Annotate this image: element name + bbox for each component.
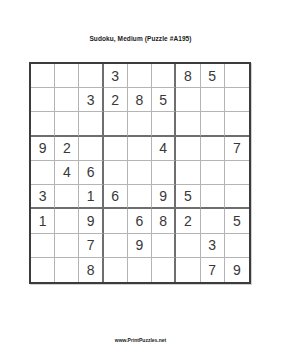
cell-r8c9[interactable] — [225, 234, 249, 258]
cell-r3c1[interactable] — [31, 112, 55, 136]
given-digit: 7 — [208, 263, 216, 277]
given-digit: 2 — [111, 93, 119, 107]
cell-r2c2[interactable] — [55, 88, 79, 112]
cell-r5c9[interactable] — [225, 161, 249, 185]
cell-r8c3[interactable]: 7 — [79, 234, 103, 258]
cell-r2c8[interactable] — [201, 88, 225, 112]
cell-r4c5[interactable] — [128, 137, 152, 161]
cell-r7c8[interactable] — [201, 209, 225, 233]
cell-r6c5[interactable] — [128, 185, 152, 209]
cell-r8c5[interactable]: 9 — [128, 234, 152, 258]
given-digit: 9 — [39, 141, 47, 155]
cell-r5c1[interactable] — [31, 161, 55, 185]
cell-r9c9[interactable]: 9 — [225, 258, 249, 282]
cell-r2c7[interactable] — [176, 88, 200, 112]
cell-r3c8[interactable] — [201, 112, 225, 136]
cell-r1c5[interactable] — [128, 64, 152, 88]
given-digit: 9 — [159, 189, 167, 203]
given-digit: 4 — [63, 165, 71, 179]
cell-r1c6[interactable] — [152, 64, 176, 88]
cell-r4c1[interactable]: 9 — [31, 137, 55, 161]
cell-r4c7[interactable] — [176, 137, 200, 161]
cell-r4c6[interactable]: 4 — [152, 137, 176, 161]
cell-r7c7[interactable]: 2 — [176, 209, 200, 233]
cell-r2c3[interactable]: 3 — [79, 88, 103, 112]
cell-r3c2[interactable] — [55, 112, 79, 136]
cell-r9c4[interactable] — [104, 258, 128, 282]
sudoku-board: 385328592474631695196825793879 — [29, 62, 251, 284]
given-digit: 1 — [87, 189, 95, 203]
cell-r8c2[interactable] — [55, 234, 79, 258]
given-digit: 2 — [63, 141, 71, 155]
cell-r5c7[interactable] — [176, 161, 200, 185]
given-digit: 3 — [87, 93, 95, 107]
cell-r8c1[interactable] — [31, 234, 55, 258]
cell-r6c2[interactable] — [55, 185, 79, 209]
cell-r7c1[interactable]: 1 — [31, 209, 55, 233]
cell-r6c7[interactable]: 5 — [176, 185, 200, 209]
puzzle-title: Sudoku, Medium (Puzzle #A195) — [0, 35, 281, 42]
cell-r6c4[interactable]: 6 — [104, 185, 128, 209]
cell-r7c9[interactable]: 5 — [225, 209, 249, 233]
given-digit: 1 — [39, 214, 47, 228]
cell-r9c1[interactable] — [31, 258, 55, 282]
given-digit: 9 — [233, 263, 241, 277]
given-digit: 5 — [233, 214, 241, 228]
cell-r6c8[interactable] — [201, 185, 225, 209]
cell-r4c2[interactable]: 2 — [55, 137, 79, 161]
given-digit: 9 — [136, 238, 144, 252]
cell-r1c9[interactable] — [225, 64, 249, 88]
given-digit: 7 — [87, 238, 95, 252]
given-digit: 8 — [184, 69, 192, 83]
footer-url: www.PrintPuzzles.net — [0, 337, 281, 343]
given-digit: 2 — [184, 214, 192, 228]
cell-r1c8[interactable]: 5 — [201, 64, 225, 88]
cell-r2c1[interactable] — [31, 88, 55, 112]
cell-r5c6[interactable] — [152, 161, 176, 185]
cell-r9c8[interactable]: 7 — [201, 258, 225, 282]
cell-r5c5[interactable] — [128, 161, 152, 185]
cell-r6c6[interactable]: 9 — [152, 185, 176, 209]
cell-r2c5[interactable]: 8 — [128, 88, 152, 112]
cell-r1c3[interactable] — [79, 64, 103, 88]
cell-r5c4[interactable] — [104, 161, 128, 185]
given-digit: 4 — [159, 141, 167, 155]
given-digit: 5 — [208, 69, 216, 83]
cell-r8c4[interactable] — [104, 234, 128, 258]
cell-r3c3[interactable] — [79, 112, 103, 136]
given-digit: 6 — [87, 165, 95, 179]
cell-r9c5[interactable] — [128, 258, 152, 282]
given-digit: 8 — [159, 214, 167, 228]
cell-r9c7[interactable] — [176, 258, 200, 282]
cell-r7c6[interactable]: 8 — [152, 209, 176, 233]
cell-r4c8[interactable] — [201, 137, 225, 161]
cell-r8c6[interactable] — [152, 234, 176, 258]
cell-r2c9[interactable] — [225, 88, 249, 112]
given-digit: 6 — [136, 214, 144, 228]
cell-r8c8[interactable]: 3 — [201, 234, 225, 258]
cell-r1c2[interactable] — [55, 64, 79, 88]
cell-r3c4[interactable] — [104, 112, 128, 136]
cell-r3c6[interactable] — [152, 112, 176, 136]
cell-r7c4[interactable] — [104, 209, 128, 233]
cell-r9c2[interactable] — [55, 258, 79, 282]
cell-r7c5[interactable]: 6 — [128, 209, 152, 233]
cell-r1c7[interactable]: 8 — [176, 64, 200, 88]
cell-r6c1[interactable]: 3 — [31, 185, 55, 209]
cell-r5c3[interactable]: 6 — [79, 161, 103, 185]
cell-r3c9[interactable] — [225, 112, 249, 136]
cell-r2c6[interactable]: 5 — [152, 88, 176, 112]
given-digit: 3 — [208, 238, 216, 252]
cell-r9c6[interactable] — [152, 258, 176, 282]
cell-r3c5[interactable] — [128, 112, 152, 136]
sudoku-page: Sudoku, Medium (Puzzle #A195) 3853285924… — [0, 0, 281, 363]
cell-r2c4[interactable]: 2 — [104, 88, 128, 112]
cell-r6c9[interactable] — [225, 185, 249, 209]
given-digit: 5 — [159, 93, 167, 107]
given-digit: 9 — [87, 214, 95, 228]
cell-r7c2[interactable] — [55, 209, 79, 233]
cell-r8c7[interactable] — [176, 234, 200, 258]
given-digit: 7 — [233, 141, 241, 155]
given-digit: 3 — [111, 69, 119, 83]
cell-r6c3[interactable]: 1 — [79, 185, 103, 209]
given-digit: 5 — [184, 189, 192, 203]
given-digit: 8 — [87, 263, 95, 277]
given-digit: 3 — [39, 189, 47, 203]
cell-r9c3[interactable]: 8 — [79, 258, 103, 282]
cell-r5c8[interactable] — [201, 161, 225, 185]
given-digit: 6 — [111, 189, 119, 203]
cell-r4c9[interactable]: 7 — [225, 137, 249, 161]
given-digit: 8 — [136, 93, 144, 107]
cell-r4c3[interactable] — [79, 137, 103, 161]
cell-r3c7[interactable] — [176, 112, 200, 136]
cell-r5c2[interactable]: 4 — [55, 161, 79, 185]
cell-r1c4[interactable]: 3 — [104, 64, 128, 88]
cell-r4c4[interactable] — [104, 137, 128, 161]
cell-r1c1[interactable] — [31, 64, 55, 88]
cell-r7c3[interactable]: 9 — [79, 209, 103, 233]
